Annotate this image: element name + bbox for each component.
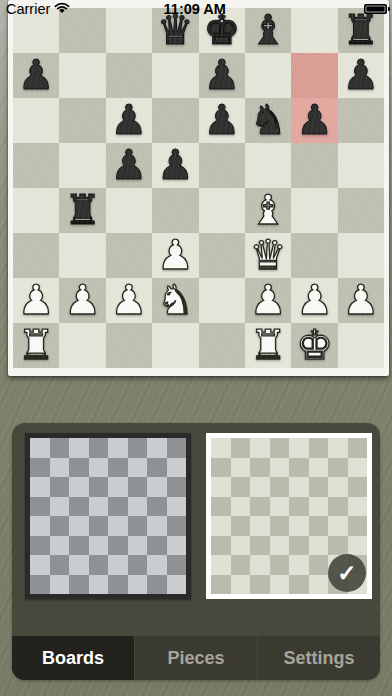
preview-cell xyxy=(231,497,251,517)
square-a3[interactable] xyxy=(13,233,59,278)
preview-cell xyxy=(128,536,148,556)
preview-cell xyxy=(147,555,167,575)
square-a7[interactable]: ♟ xyxy=(13,53,59,98)
square-c2[interactable]: ♟ xyxy=(106,278,152,323)
preview-cell xyxy=(69,458,89,478)
piece-black-pawn: ♟ xyxy=(203,53,240,98)
piece-white-knight: ♞ xyxy=(157,278,194,323)
preview-cell xyxy=(128,555,148,575)
preview-cell xyxy=(211,497,231,517)
preview-cell xyxy=(231,516,251,536)
preview-cell xyxy=(348,497,368,517)
tab-pieces[interactable]: Pieces xyxy=(134,636,257,680)
board-theme-option-cream[interactable]: ✓ xyxy=(206,433,372,599)
preview-cell xyxy=(89,438,109,458)
square-h7[interactable]: ♟ xyxy=(338,53,384,98)
battery-icon xyxy=(364,4,387,15)
preview-cell xyxy=(30,536,50,556)
app-screen: ♛♚♝♜♟♟♟♟♟♞♟♟♟♜♝♟♛♟♟♟♞♟♟♟♜♜♚ Carrier 11:0… xyxy=(0,0,392,696)
square-f4[interactable]: ♝ xyxy=(245,188,291,233)
preview-cell xyxy=(250,516,270,536)
preview-cell xyxy=(50,575,70,595)
preview-cell xyxy=(309,438,329,458)
preview-cell xyxy=(167,497,187,517)
square-d6[interactable] xyxy=(152,98,198,143)
preview-cell xyxy=(30,497,50,517)
piece-black-pawn: ♟ xyxy=(111,98,148,143)
preview-cell xyxy=(270,516,290,536)
preview-cell xyxy=(270,575,290,595)
preview-cell xyxy=(69,497,89,517)
square-c7[interactable] xyxy=(106,53,152,98)
preview-cell xyxy=(69,575,89,595)
preview-cell xyxy=(128,516,148,536)
piece-white-pawn: ♟ xyxy=(18,278,55,323)
preview-cell xyxy=(211,516,231,536)
square-h6[interactable] xyxy=(338,98,384,143)
square-g5[interactable] xyxy=(291,143,337,188)
preview-cell xyxy=(309,458,329,478)
preview-cell xyxy=(289,477,309,497)
preview-cell xyxy=(147,497,167,517)
preview-cell xyxy=(69,477,89,497)
preview-cell xyxy=(348,516,368,536)
square-a6[interactable] xyxy=(13,98,59,143)
preview-cell xyxy=(128,477,148,497)
preview-cell xyxy=(328,516,348,536)
square-b4[interactable]: ♜ xyxy=(59,188,105,233)
preview-cell xyxy=(50,536,70,556)
preview-cell xyxy=(167,555,187,575)
preview-cell xyxy=(270,555,290,575)
piece-black-pawn: ♟ xyxy=(203,98,240,143)
chess-board: ♛♚♝♜♟♟♟♟♟♞♟♟♟♜♝♟♛♟♟♟♞♟♟♟♜♜♚ xyxy=(8,0,389,376)
preview-cell xyxy=(211,458,231,478)
preview-cell xyxy=(289,555,309,575)
piece-black-pawn: ♟ xyxy=(157,143,194,188)
preview-cell xyxy=(231,555,251,575)
preview-cell xyxy=(309,516,329,536)
preview-cell xyxy=(289,438,309,458)
preview-cell xyxy=(128,458,148,478)
status-bar: Carrier 11:09 AM xyxy=(0,0,392,17)
tab-settings[interactable]: Settings xyxy=(257,636,380,680)
preview-cell xyxy=(211,575,231,595)
piece-black-rook: ♜ xyxy=(64,188,101,233)
square-f7[interactable] xyxy=(245,53,291,98)
preview-cell xyxy=(89,458,109,478)
preview-cell xyxy=(30,555,50,575)
preview-cell xyxy=(328,438,348,458)
selected-check-icon: ✓ xyxy=(328,554,366,592)
square-b6[interactable] xyxy=(59,98,105,143)
square-a2[interactable]: ♟ xyxy=(13,278,59,323)
preview-cell xyxy=(270,438,290,458)
preview-cell xyxy=(89,575,109,595)
preview-cell xyxy=(89,536,109,556)
preview-cell xyxy=(309,575,329,595)
square-g3[interactable] xyxy=(291,233,337,278)
tab-bar: Boards Pieces Settings xyxy=(12,636,380,680)
preview-cell xyxy=(89,516,109,536)
preview-cell xyxy=(289,497,309,517)
piece-white-queen: ♛ xyxy=(250,233,287,278)
piece-white-pawn: ♟ xyxy=(250,278,287,323)
preview-cell xyxy=(30,438,50,458)
preview-cell xyxy=(30,575,50,595)
piece-black-pawn: ♟ xyxy=(111,143,148,188)
preview-cell xyxy=(89,477,109,497)
square-g1[interactable]: ♚ xyxy=(291,323,337,368)
square-e4[interactable] xyxy=(199,188,245,233)
preview-cell xyxy=(250,536,270,556)
square-c3[interactable] xyxy=(106,233,152,278)
preview-cell xyxy=(30,477,50,497)
preview-cell xyxy=(309,477,329,497)
square-g6[interactable]: ♟ xyxy=(291,98,337,143)
preview-cell xyxy=(30,458,50,478)
square-c5[interactable]: ♟ xyxy=(106,143,152,188)
preview-cell xyxy=(250,438,270,458)
preview-cell xyxy=(147,516,167,536)
preview-cell xyxy=(211,477,231,497)
square-e3[interactable] xyxy=(199,233,245,278)
gray-board-preview xyxy=(30,438,186,594)
preview-cell xyxy=(89,555,109,575)
preview-cell xyxy=(231,458,251,478)
preview-cell xyxy=(69,555,89,575)
piece-white-pawn: ♟ xyxy=(111,278,148,323)
piece-black-pawn: ♟ xyxy=(343,53,380,98)
square-g7[interactable] xyxy=(291,53,337,98)
square-f5[interactable] xyxy=(245,143,291,188)
preview-cell xyxy=(147,438,167,458)
preview-cell xyxy=(250,555,270,575)
preview-cell xyxy=(328,458,348,478)
preview-cell xyxy=(231,575,251,595)
board-grid: ♛♚♝♜♟♟♟♟♟♞♟♟♟♜♝♟♛♟♟♟♞♟♟♟♜♜♚ xyxy=(13,8,384,368)
square-d5[interactable]: ♟ xyxy=(152,143,198,188)
preview-cell xyxy=(128,497,148,517)
preview-cell xyxy=(289,575,309,595)
preview-cell xyxy=(108,575,128,595)
preview-cell xyxy=(108,477,128,497)
preview-cell xyxy=(167,575,187,595)
square-f1[interactable]: ♜ xyxy=(245,323,291,368)
square-h4[interactable] xyxy=(338,188,384,233)
square-b7[interactable] xyxy=(59,53,105,98)
preview-cell xyxy=(309,497,329,517)
preview-cell xyxy=(231,477,251,497)
piece-white-pawn: ♟ xyxy=(343,278,380,323)
square-f3[interactable]: ♛ xyxy=(245,233,291,278)
square-d7[interactable] xyxy=(152,53,198,98)
square-c1[interactable] xyxy=(106,323,152,368)
square-b2[interactable]: ♟ xyxy=(59,278,105,323)
square-g2[interactable]: ♟ xyxy=(291,278,337,323)
preview-cell xyxy=(270,536,290,556)
tab-boards[interactable]: Boards xyxy=(12,636,134,680)
preview-cell xyxy=(289,516,309,536)
preview-cell xyxy=(250,477,270,497)
piece-white-king: ♚ xyxy=(296,323,333,368)
preview-cell xyxy=(50,555,70,575)
preview-cell xyxy=(211,438,231,458)
square-f2[interactable]: ♟ xyxy=(245,278,291,323)
square-d4[interactable] xyxy=(152,188,198,233)
clock: 11:09 AM xyxy=(164,1,226,17)
square-a5[interactable] xyxy=(13,143,59,188)
piece-white-pawn: ♟ xyxy=(296,278,333,323)
preview-cell xyxy=(108,536,128,556)
square-a4[interactable] xyxy=(13,188,59,233)
wifi-icon xyxy=(54,1,70,17)
square-h5[interactable] xyxy=(338,143,384,188)
piece-white-rook: ♜ xyxy=(250,323,287,368)
preview-cell xyxy=(50,458,70,478)
piece-white-rook: ♜ xyxy=(18,323,55,368)
preview-cell xyxy=(328,497,348,517)
square-h3[interactable] xyxy=(338,233,384,278)
square-f6[interactable]: ♞ xyxy=(245,98,291,143)
preview-cell xyxy=(128,438,148,458)
preview-cell xyxy=(289,458,309,478)
preview-cell xyxy=(108,438,128,458)
preview-cell xyxy=(309,536,329,556)
preview-cell xyxy=(50,477,70,497)
square-d2[interactable]: ♞ xyxy=(152,278,198,323)
square-c6[interactable]: ♟ xyxy=(106,98,152,143)
piece-white-pawn: ♟ xyxy=(64,278,101,323)
square-e6[interactable]: ♟ xyxy=(199,98,245,143)
preview-cell xyxy=(128,575,148,595)
preview-cell xyxy=(309,555,329,575)
preview-cell xyxy=(231,536,251,556)
theme-previews: ✓ xyxy=(12,423,380,599)
preview-cell xyxy=(89,497,109,517)
square-b3[interactable] xyxy=(59,233,105,278)
square-a1[interactable]: ♜ xyxy=(13,323,59,368)
piece-white-bishop: ♝ xyxy=(250,188,287,233)
preview-cell xyxy=(30,516,50,536)
preview-cell xyxy=(348,438,368,458)
square-e7[interactable]: ♟ xyxy=(199,53,245,98)
piece-black-pawn: ♟ xyxy=(18,53,55,98)
preview-cell xyxy=(167,438,187,458)
preview-cell xyxy=(108,516,128,536)
preview-cell xyxy=(250,497,270,517)
preview-cell xyxy=(69,438,89,458)
square-b1[interactable] xyxy=(59,323,105,368)
preview-cell xyxy=(250,458,270,478)
preview-cell xyxy=(270,477,290,497)
board-theme-option-gray[interactable] xyxy=(25,433,191,599)
preview-cell xyxy=(108,497,128,517)
square-g4[interactable] xyxy=(291,188,337,233)
piece-black-pawn: ♟ xyxy=(296,98,333,143)
preview-cell xyxy=(167,536,187,556)
preview-cell xyxy=(250,575,270,595)
preview-cell xyxy=(147,536,167,556)
carrier-label: Carrier xyxy=(6,1,50,17)
preview-cell xyxy=(231,438,251,458)
piece-black-knight: ♞ xyxy=(250,98,287,143)
preview-cell xyxy=(108,555,128,575)
square-h1[interactable] xyxy=(338,323,384,368)
square-h2[interactable]: ♟ xyxy=(338,278,384,323)
preview-cell xyxy=(328,536,348,556)
board-theme-panel: ✓ Boards Pieces Settings xyxy=(12,423,380,680)
preview-cell xyxy=(211,555,231,575)
preview-cell xyxy=(328,477,348,497)
preview-cell xyxy=(50,438,70,458)
preview-cell xyxy=(167,516,187,536)
preview-cell xyxy=(211,536,231,556)
square-d1[interactable] xyxy=(152,323,198,368)
preview-cell xyxy=(69,516,89,536)
preview-cell xyxy=(167,458,187,478)
square-b5[interactable] xyxy=(59,143,105,188)
square-e5[interactable] xyxy=(199,143,245,188)
preview-cell xyxy=(147,477,167,497)
square-c4[interactable] xyxy=(106,188,152,233)
preview-cell xyxy=(348,458,368,478)
piece-white-pawn: ♟ xyxy=(157,233,194,278)
preview-cell xyxy=(289,536,309,556)
square-e1[interactable] xyxy=(199,323,245,368)
preview-cell xyxy=(270,458,290,478)
preview-cell xyxy=(69,536,89,556)
preview-cell xyxy=(50,497,70,517)
preview-cell xyxy=(147,458,167,478)
square-d3[interactable]: ♟ xyxy=(152,233,198,278)
preview-cell xyxy=(108,458,128,478)
preview-cell xyxy=(147,575,167,595)
preview-cell xyxy=(50,516,70,536)
preview-cell xyxy=(270,497,290,517)
preview-cell xyxy=(348,536,368,556)
preview-cell xyxy=(348,477,368,497)
preview-cell xyxy=(167,477,187,497)
square-e2[interactable] xyxy=(199,278,245,323)
